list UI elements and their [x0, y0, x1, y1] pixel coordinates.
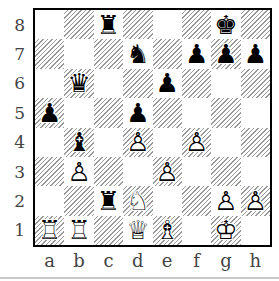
white-pawn-piece: ♟♙ [64, 157, 93, 186]
square-g6[interactable] [211, 69, 240, 98]
black-pawn-piece: ♟♟ [241, 39, 270, 68]
square-c5[interactable] [94, 98, 123, 127]
square-d5[interactable]: ♟♟ [123, 98, 152, 127]
rank-label-1: 1 [0, 216, 28, 245]
square-e2[interactable] [153, 186, 182, 215]
square-c6[interactable] [94, 69, 123, 98]
square-h5[interactable] [241, 98, 270, 127]
piece-outline-glyph: ♜ [97, 188, 120, 214]
square-d7[interactable]: ♞♞ [123, 39, 152, 68]
square-h6[interactable] [241, 69, 270, 98]
piece-outline-glyph: ♔ [214, 217, 237, 243]
chess-diagram-page: 87654321 ♜♜♚♚♞♞♟♟♟♟♟♟♛♛♟♟♟♟♟♟♝♝♟♙♟♙♟♙♟♙♜… [0, 0, 279, 281]
black-pawn-piece: ♟♟ [153, 69, 182, 98]
square-b2[interactable] [64, 186, 93, 215]
square-d1[interactable]: ♛♕ [123, 216, 152, 245]
piece-outline-glyph: ♘ [126, 188, 149, 214]
bottom-edge-line [0, 277, 279, 279]
file-label-h: h [241, 247, 270, 273]
square-g3[interactable] [211, 157, 240, 186]
rank-label-8: 8 [0, 10, 28, 39]
square-g2[interactable]: ♟♙ [211, 186, 240, 215]
piece-outline-glyph: ♙ [214, 188, 237, 214]
square-d6[interactable] [123, 69, 152, 98]
square-d3[interactable] [123, 157, 152, 186]
square-g1[interactable]: ♚♔ [211, 216, 240, 245]
square-c1[interactable] [94, 216, 123, 245]
piece-outline-glyph: ♞ [126, 41, 149, 67]
piece-outline-glyph: ♙ [156, 159, 179, 185]
square-b3[interactable]: ♟♙ [64, 157, 93, 186]
file-label-b: b [64, 247, 93, 273]
square-a4[interactable] [35, 128, 64, 157]
black-knight-piece: ♞♞ [123, 39, 152, 68]
square-h1[interactable] [241, 216, 270, 245]
piece-outline-glyph: ♟ [244, 41, 267, 67]
piece-outline-glyph: ♝ [67, 129, 90, 155]
file-label-g: g [211, 247, 240, 273]
black-rook-piece: ♜♜ [94, 10, 123, 39]
black-pawn-piece: ♟♟ [123, 98, 152, 127]
square-c2[interactable]: ♜♜ [94, 186, 123, 215]
black-king-piece: ♚♚ [211, 10, 240, 39]
black-pawn-piece: ♟♟ [182, 39, 211, 68]
square-c4[interactable] [94, 128, 123, 157]
piece-outline-glyph: ♖ [67, 217, 90, 243]
white-knight-piece: ♞♘ [123, 186, 152, 215]
piece-outline-glyph: ♙ [126, 129, 149, 155]
square-e8[interactable] [153, 10, 182, 39]
file-labels: abcdefgh [35, 247, 270, 273]
black-queen-piece: ♛♛ [64, 69, 93, 98]
piece-outline-glyph: ♜ [97, 12, 120, 38]
piece-outline-glyph: ♙ [185, 129, 208, 155]
chess-board: ♜♜♚♚♞♞♟♟♟♟♟♟♛♛♟♟♟♟♟♟♝♝♟♙♟♙♟♙♟♙♜♜♞♘♟♙♟♙♜♖… [33, 8, 272, 247]
square-g4[interactable] [211, 128, 240, 157]
piece-outline-glyph: ♟ [126, 100, 149, 126]
square-e6[interactable]: ♟♟ [153, 69, 182, 98]
square-g7[interactable]: ♟♟ [211, 39, 240, 68]
black-rook-piece: ♜♜ [94, 186, 123, 215]
square-g8[interactable]: ♚♚ [211, 10, 240, 39]
square-e7[interactable] [153, 39, 182, 68]
square-h8[interactable] [241, 10, 270, 39]
piece-outline-glyph: ♟ [214, 41, 237, 67]
white-pawn-piece: ♟♙ [241, 186, 270, 215]
rank-label-3: 3 [0, 157, 28, 186]
square-h7[interactable]: ♟♟ [241, 39, 270, 68]
square-b7[interactable] [64, 39, 93, 68]
piece-outline-glyph: ♖ [38, 217, 61, 243]
square-a6[interactable] [35, 69, 64, 98]
square-f1[interactable] [182, 216, 211, 245]
square-b1[interactable]: ♜♖ [64, 216, 93, 245]
white-king-piece: ♚♔ [211, 216, 240, 245]
file-label-f: f [182, 247, 211, 273]
square-e4[interactable] [153, 128, 182, 157]
square-e3[interactable]: ♟♙ [153, 157, 182, 186]
square-h2[interactable]: ♟♙ [241, 186, 270, 215]
rank-label-7: 7 [0, 39, 28, 68]
white-pawn-piece: ♟♙ [211, 186, 240, 215]
file-label-a: a [35, 247, 64, 273]
piece-outline-glyph: ♕ [126, 217, 149, 243]
black-pawn-piece: ♟♟ [35, 98, 64, 127]
square-b6[interactable]: ♛♛ [64, 69, 93, 98]
square-f4[interactable]: ♟♙ [182, 128, 211, 157]
square-a7[interactable] [35, 39, 64, 68]
white-pawn-piece: ♟♙ [182, 128, 211, 157]
square-a5[interactable]: ♟♟ [35, 98, 64, 127]
piece-outline-glyph: ♛ [67, 70, 90, 96]
square-f8[interactable] [182, 10, 211, 39]
square-h4[interactable] [241, 128, 270, 157]
square-g5[interactable] [211, 98, 240, 127]
square-h3[interactable] [241, 157, 270, 186]
file-label-e: e [153, 247, 182, 273]
piece-outline-glyph: ♙ [67, 159, 90, 185]
square-d8[interactable] [123, 10, 152, 39]
square-d4[interactable]: ♟♙ [123, 128, 152, 157]
square-f7[interactable]: ♟♟ [182, 39, 211, 68]
square-e1[interactable]: ♝♗ [153, 216, 182, 245]
rank-label-4: 4 [0, 128, 28, 157]
white-bishop-piece: ♝♗ [153, 216, 182, 245]
piece-outline-glyph: ♟ [156, 70, 179, 96]
white-rook-piece: ♜♖ [35, 216, 64, 245]
square-a3[interactable] [35, 157, 64, 186]
piece-outline-glyph: ♚ [214, 12, 237, 38]
white-pawn-piece: ♟♙ [123, 128, 152, 157]
rank-label-2: 2 [0, 186, 28, 215]
black-pawn-piece: ♟♟ [211, 39, 240, 68]
file-label-d: d [123, 247, 152, 273]
square-c8[interactable]: ♜♜ [94, 10, 123, 39]
black-bishop-piece: ♝♝ [64, 128, 93, 157]
rank-label-5: 5 [0, 98, 28, 127]
piece-outline-glyph: ♟ [185, 41, 208, 67]
white-queen-piece: ♛♕ [123, 216, 152, 245]
square-c3[interactable] [94, 157, 123, 186]
square-f3[interactable] [182, 157, 211, 186]
rank-labels: 87654321 [0, 10, 28, 245]
file-label-c: c [94, 247, 123, 273]
square-f2[interactable] [182, 186, 211, 215]
square-a8[interactable] [35, 10, 64, 39]
square-b4[interactable]: ♝♝ [64, 128, 93, 157]
square-e5[interactable] [153, 98, 182, 127]
square-b5[interactable] [64, 98, 93, 127]
square-a2[interactable] [35, 186, 64, 215]
square-d2[interactable]: ♞♘ [123, 186, 152, 215]
rank-label-6: 6 [0, 69, 28, 98]
square-b8[interactable] [64, 10, 93, 39]
white-rook-piece: ♜♖ [64, 216, 93, 245]
piece-outline-glyph: ♗ [156, 217, 179, 243]
square-f5[interactable] [182, 98, 211, 127]
square-c7[interactable] [94, 39, 123, 68]
square-f6[interactable] [182, 69, 211, 98]
square-a1[interactable]: ♜♖ [35, 216, 64, 245]
white-pawn-piece: ♟♙ [153, 157, 182, 186]
piece-outline-glyph: ♟ [38, 100, 61, 126]
piece-outline-glyph: ♙ [244, 188, 267, 214]
